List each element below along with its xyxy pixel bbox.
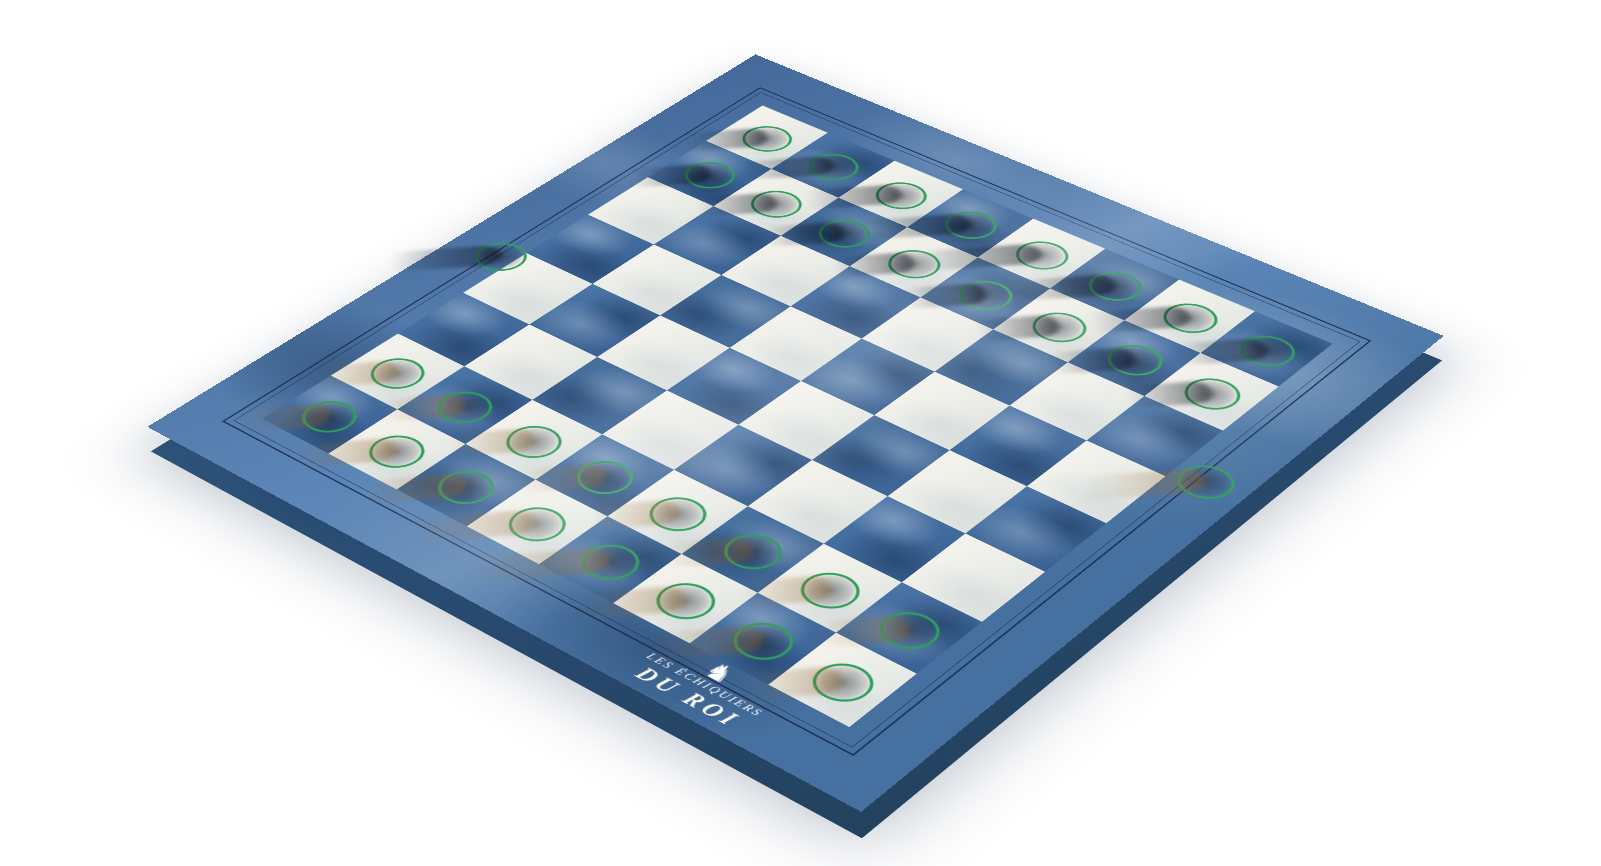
white-rook-glyph: ♜ [792,524,892,693]
square-g6[interactable] [1009,362,1144,440]
square-g5[interactable] [949,406,1086,487]
square-h4[interactable] [965,486,1106,572]
black-queen-glyph: ♛ [445,82,556,270]
spare-piece-white-queen[interactable]: ♛ [1136,439,1275,522]
chess-board: ♞ LES ÉCHIQUIERS DU ROI ♜♞♝♛♚♝♞♜♟♟♟♟♟♟♟♟… [147,54,1443,811]
square-f5[interactable] [874,372,1009,451]
board-scene: ♞ LES ÉCHIQUIERS DU ROI ♜♞♝♛♚♝♞♜♟♟♟♟♟♟♟♟… [0,0,1601,866]
white-queen-glyph: ♛ [1144,290,1266,496]
product-photo-stage: ♞ LES ÉCHIQUIERS DU ROI ♜♞♝♛♚♝♞♜♟♟♟♟♟♟♟♟… [0,0,1601,866]
